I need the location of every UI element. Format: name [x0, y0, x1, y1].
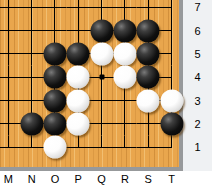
- intersection-Q7[interactable]: [90, 0, 113, 19]
- intersection-P1[interactable]: [67, 136, 90, 159]
- black-stone-O3: [43, 89, 66, 112]
- intersection-S7[interactable]: [137, 0, 160, 19]
- black-stone-O2: [43, 112, 66, 135]
- intersection-M6[interactable]: [0, 19, 20, 42]
- row-label-7: 7: [183, 2, 212, 13]
- intersection-S5[interactable]: [137, 42, 160, 65]
- intersection-N2[interactable]: [20, 112, 43, 135]
- intersection-N3[interactable]: [20, 89, 43, 112]
- intersection-S1[interactable]: [137, 136, 160, 159]
- intersection-Q4[interactable]: [90, 66, 113, 89]
- intersection-M4[interactable]: [0, 66, 20, 89]
- board-grid: [0, 0, 183, 159]
- black-stone-S4: [137, 66, 160, 89]
- black-stone-O4: [43, 66, 66, 89]
- row-label-3: 3: [183, 95, 212, 106]
- column-labels: MNOPQRST: [0, 171, 212, 188]
- col-label-P: P: [75, 174, 82, 185]
- intersection-T3[interactable]: [160, 89, 183, 112]
- black-stone-P5: [67, 42, 90, 65]
- row-label-4: 4: [183, 72, 212, 83]
- intersection-M7[interactable]: [0, 0, 20, 19]
- intersection-R5[interactable]: [113, 42, 136, 65]
- intersection-M2[interactable]: [0, 112, 20, 135]
- intersection-N7[interactable]: [20, 0, 43, 19]
- intersection-N5[interactable]: [20, 42, 43, 65]
- row-labels: 7654321: [183, 0, 212, 171]
- white-stone-T3: [160, 89, 183, 112]
- col-label-R: R: [121, 174, 129, 185]
- intersection-R1[interactable]: [113, 136, 136, 159]
- intersection-P4[interactable]: [67, 66, 90, 89]
- col-label-T: T: [168, 174, 175, 185]
- intersection-R3[interactable]: [113, 89, 136, 112]
- intersection-N6[interactable]: [20, 19, 43, 42]
- black-stone-N2: [20, 112, 43, 135]
- intersection-S6[interactable]: [137, 19, 160, 42]
- intersection-R7[interactable]: [113, 0, 136, 19]
- intersection-S3[interactable]: [137, 89, 160, 112]
- intersection-O6[interactable]: [43, 19, 66, 42]
- intersection-O1[interactable]: [43, 136, 66, 159]
- white-stone-O1: [43, 136, 66, 159]
- white-stone-P3: [67, 89, 90, 112]
- intersection-O5[interactable]: [43, 42, 66, 65]
- intersection-N4[interactable]: [20, 66, 43, 89]
- intersection-Q6[interactable]: [90, 19, 113, 42]
- intersection-R4[interactable]: [113, 66, 136, 89]
- col-label-O: O: [51, 174, 60, 185]
- intersection-O2[interactable]: [43, 112, 66, 135]
- intersection-M1[interactable]: [0, 136, 20, 159]
- intersection-R6[interactable]: [113, 19, 136, 42]
- intersection-T5[interactable]: [160, 42, 183, 65]
- row-label-6: 6: [183, 25, 212, 36]
- white-stone-R4: [113, 66, 136, 89]
- intersection-P7[interactable]: [67, 0, 90, 19]
- intersection-Q3[interactable]: [90, 89, 113, 112]
- row-label-5: 5: [183, 48, 212, 59]
- go-diagram: 7654321 MNOPQRST: [0, 0, 212, 188]
- intersection-T6[interactable]: [160, 19, 183, 42]
- black-stone-O5: [43, 42, 66, 65]
- intersection-T4[interactable]: [160, 66, 183, 89]
- intersection-T2[interactable]: [160, 112, 183, 135]
- intersection-Q2[interactable]: [90, 112, 113, 135]
- intersection-S4[interactable]: [137, 66, 160, 89]
- intersection-R2[interactable]: [113, 112, 136, 135]
- row-label-1: 1: [183, 142, 212, 153]
- intersection-M3[interactable]: [0, 89, 20, 112]
- col-label-M: M: [4, 174, 13, 185]
- intersection-N1[interactable]: [20, 136, 43, 159]
- intersection-M5[interactable]: [0, 42, 20, 65]
- go-board: [0, 0, 183, 171]
- intersection-P2[interactable]: [67, 112, 90, 135]
- white-stone-R5: [113, 42, 136, 65]
- black-stone-S5: [137, 42, 160, 65]
- black-stone-T2: [160, 112, 183, 135]
- intersection-S2[interactable]: [137, 112, 160, 135]
- white-stone-P2: [67, 112, 90, 135]
- intersection-P3[interactable]: [67, 89, 90, 112]
- intersection-P6[interactable]: [67, 19, 90, 42]
- black-stone-R6: [113, 19, 136, 42]
- intersection-T7[interactable]: [160, 0, 183, 19]
- intersection-Q5[interactable]: [90, 42, 113, 65]
- row-label-2: 2: [183, 118, 212, 129]
- col-label-Q: Q: [97, 174, 106, 185]
- star-point-Q4: [99, 75, 104, 80]
- intersection-O3[interactable]: [43, 89, 66, 112]
- intersection-T1[interactable]: [160, 136, 183, 159]
- white-stone-Q5: [90, 42, 113, 65]
- intersection-P5[interactable]: [67, 42, 90, 65]
- col-label-N: N: [28, 174, 36, 185]
- black-stone-Q6: [90, 19, 113, 42]
- intersection-Q1[interactable]: [90, 136, 113, 159]
- white-stone-P4: [67, 66, 90, 89]
- intersection-O4[interactable]: [43, 66, 66, 89]
- black-stone-S6: [137, 19, 160, 42]
- white-stone-S3: [137, 89, 160, 112]
- col-label-S: S: [145, 174, 152, 185]
- intersection-O7[interactable]: [43, 0, 66, 19]
